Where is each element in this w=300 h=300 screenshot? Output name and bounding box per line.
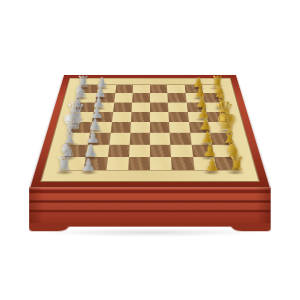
board-square bbox=[129, 144, 150, 156]
board-square bbox=[68, 133, 91, 145]
board-square bbox=[190, 133, 212, 145]
board-square bbox=[96, 93, 115, 102]
board-square bbox=[70, 122, 92, 133]
board-square bbox=[113, 102, 132, 112]
board-square bbox=[150, 85, 168, 93]
board-square bbox=[150, 112, 169, 122]
board-square bbox=[132, 85, 150, 93]
board-frame bbox=[30, 75, 269, 187]
board-square bbox=[86, 144, 109, 156]
board-square bbox=[109, 133, 130, 145]
board-square bbox=[88, 133, 110, 145]
floor-shadow bbox=[42, 228, 258, 237]
board-square bbox=[210, 133, 233, 145]
board-square bbox=[150, 133, 171, 145]
board-square bbox=[107, 144, 129, 156]
board-square bbox=[131, 102, 150, 112]
board-square bbox=[150, 102, 169, 112]
board-squares bbox=[62, 85, 238, 170]
board-square bbox=[92, 112, 112, 122]
chess-set-photo: ♜♟♟♜♞♟♟♞♝♟♟♝♛♟♟♛♚♟♟♚♝♟♟♝♞♟♟♞♜♟♟♜ bbox=[0, 0, 300, 300]
board-square bbox=[115, 85, 133, 93]
board-square bbox=[169, 112, 189, 122]
board-square bbox=[184, 85, 203, 93]
board-square bbox=[132, 93, 150, 102]
board-square bbox=[80, 85, 99, 93]
board-square bbox=[168, 93, 187, 102]
board-square bbox=[84, 157, 108, 170]
board-square bbox=[94, 102, 114, 112]
board-square bbox=[131, 112, 150, 122]
board-square bbox=[150, 157, 172, 170]
board-square bbox=[110, 122, 131, 133]
board-square bbox=[112, 112, 132, 122]
board-square bbox=[106, 157, 129, 170]
board-square bbox=[78, 93, 98, 102]
board-square bbox=[186, 102, 206, 112]
board-square bbox=[185, 93, 204, 102]
board-square bbox=[128, 157, 150, 170]
board-square bbox=[150, 122, 170, 133]
board-square bbox=[204, 102, 224, 112]
board-square bbox=[167, 85, 185, 93]
board-square bbox=[171, 144, 193, 156]
board-square bbox=[214, 157, 238, 170]
board-square bbox=[130, 122, 150, 133]
board-square bbox=[189, 122, 210, 133]
board-square bbox=[62, 157, 86, 170]
chess-board: ♜♟♟♜♞♟♟♞♝♟♟♝♛♟♟♛♚♟♟♚♝♟♟♝♞♟♟♞♜♟♟♜ bbox=[30, 75, 269, 187]
board-square bbox=[171, 157, 194, 170]
board-square bbox=[206, 112, 227, 122]
board-square bbox=[129, 133, 150, 145]
board-square bbox=[208, 122, 230, 133]
board-square bbox=[203, 93, 223, 102]
board-square bbox=[114, 93, 133, 102]
board-square bbox=[169, 122, 190, 133]
board-square bbox=[168, 102, 187, 112]
board-square bbox=[193, 157, 217, 170]
board-square bbox=[75, 102, 95, 112]
board-square bbox=[150, 93, 168, 102]
board-square bbox=[201, 85, 220, 93]
board-square bbox=[212, 144, 235, 156]
board-square bbox=[90, 122, 111, 133]
base-arch bbox=[60, 223, 240, 227]
board-square bbox=[191, 144, 214, 156]
board-square bbox=[170, 133, 191, 145]
scene-perspective: ♜♟♟♜♞♟♟♞♝♟♟♝♛♟♟♛♚♟♟♚♝♟♟♝♞♟♟♞♜♟♟♜ bbox=[0, 0, 300, 300]
board-square bbox=[73, 112, 94, 122]
board-square bbox=[65, 144, 88, 156]
board-square bbox=[150, 144, 171, 156]
board-base bbox=[29, 187, 271, 223]
board-maple-border bbox=[40, 78, 260, 182]
board-square bbox=[97, 85, 116, 93]
board-square bbox=[187, 112, 207, 122]
